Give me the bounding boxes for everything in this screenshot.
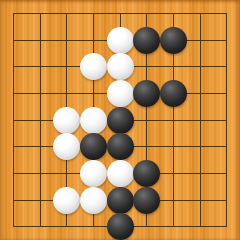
black-stone[interactable] <box>133 27 160 54</box>
black-stone[interactable] <box>133 160 160 187</box>
white-stone[interactable] <box>80 107 107 134</box>
white-stone[interactable] <box>80 160 107 187</box>
black-stone[interactable] <box>160 27 187 54</box>
white-stone[interactable] <box>107 27 134 54</box>
black-stone[interactable] <box>107 213 134 240</box>
black-stone[interactable] <box>160 80 187 107</box>
go-board[interactable] <box>0 0 240 240</box>
white-stone[interactable] <box>80 53 107 80</box>
white-stone[interactable] <box>53 107 80 134</box>
black-stone[interactable] <box>107 107 134 134</box>
black-stone[interactable] <box>107 187 134 214</box>
white-stone[interactable] <box>53 187 80 214</box>
white-stone[interactable] <box>107 53 134 80</box>
black-stone[interactable] <box>80 133 107 160</box>
white-stone[interactable] <box>53 133 80 160</box>
black-stone[interactable] <box>133 187 160 214</box>
white-stone[interactable] <box>107 160 134 187</box>
black-stone[interactable] <box>133 80 160 107</box>
black-stone[interactable] <box>107 133 134 160</box>
white-stone[interactable] <box>80 187 107 214</box>
white-stone[interactable] <box>107 80 134 107</box>
